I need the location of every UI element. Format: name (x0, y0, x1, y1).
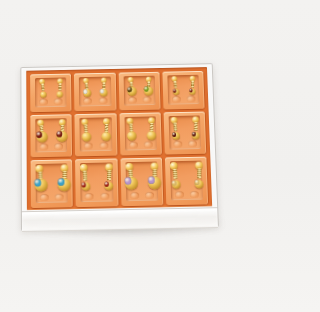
tray-insert (26, 67, 212, 210)
recess-dimple (173, 141, 182, 148)
earring-head (193, 180, 202, 189)
compartment-r2c4 (163, 112, 206, 155)
earring (166, 162, 183, 190)
compartment-recess (80, 162, 113, 202)
earring-head (81, 182, 90, 191)
recess-dimple (39, 99, 48, 106)
compartment-recess (167, 75, 199, 105)
earring-head (39, 91, 46, 98)
compartment-recess (125, 162, 158, 202)
recess-dimple (129, 142, 138, 149)
earring-head (57, 178, 71, 191)
recess-dimple (54, 143, 63, 150)
recess-dimple (188, 140, 197, 147)
earring (98, 77, 109, 96)
earring (189, 116, 202, 139)
earring-stone-garnet-red (172, 89, 176, 93)
earring-screw-post (190, 80, 193, 88)
earring (191, 161, 206, 188)
earring-pair (126, 77, 152, 97)
earring (186, 76, 197, 95)
recess-dimple (145, 192, 154, 199)
recess-dimple (190, 191, 199, 198)
compartment-recess (80, 117, 112, 151)
earring-stone-dark-red (191, 132, 195, 136)
earring-stone-champagne (194, 180, 199, 185)
earring-head (104, 182, 113, 191)
earring-head (146, 176, 159, 189)
recess-dimple (172, 96, 181, 103)
earring-head (145, 131, 155, 140)
earring-head (188, 89, 194, 95)
recess-dimple (85, 193, 94, 200)
earring-pair (36, 119, 66, 143)
compartment-r2c1 (30, 114, 72, 157)
earring-head (81, 132, 91, 142)
recess-dimple (40, 194, 49, 201)
earring (32, 164, 48, 192)
acrylic-box-front-face (22, 207, 218, 232)
recess-dimple (55, 194, 64, 201)
compartment-r1c1 (30, 74, 72, 113)
earring (56, 164, 71, 191)
recess-dimple (127, 97, 136, 104)
compartment-r1c4 (162, 71, 204, 110)
earring-screw-post (40, 83, 44, 91)
earring-head (126, 86, 136, 96)
compartment-grid (26, 67, 212, 210)
compartment-recess (36, 163, 68, 203)
earring-stone-ruby-red (81, 182, 86, 187)
earring-pair (79, 163, 115, 192)
earring (78, 118, 92, 142)
recess-dimple (39, 143, 48, 150)
earring-screw-post (58, 83, 61, 91)
earring (146, 162, 161, 189)
earring (76, 163, 92, 191)
earring-stone-aqua-blue (33, 179, 41, 187)
earring (36, 78, 48, 98)
earring-stone-peridot-green (143, 86, 149, 91)
compartment-r2c3 (119, 112, 162, 155)
compartment-r3c2 (75, 158, 118, 207)
earring (121, 162, 138, 190)
earring-stone-garnet-red (56, 131, 63, 138)
earring-head (101, 132, 111, 141)
compartment-r3c1 (31, 159, 73, 208)
earring-screw-post (173, 81, 177, 89)
earring-head (170, 180, 180, 189)
earring (99, 118, 112, 141)
earring-head (125, 131, 135, 141)
photo-scene (0, 0, 240, 312)
compartment-recess (124, 116, 157, 150)
acrylic-display-box (20, 63, 219, 231)
earring-stone-lilac-purple (147, 176, 155, 184)
earring-head (191, 132, 199, 140)
earring-pair (82, 78, 107, 98)
earring-pair (123, 162, 159, 191)
earring-head (56, 91, 63, 97)
earring-screw-post (171, 168, 176, 179)
recess-dimple (100, 193, 109, 200)
earring-screw-post (82, 170, 87, 181)
recess-dimple (130, 192, 139, 199)
earring-pair (34, 164, 69, 193)
earring-pair (80, 118, 111, 142)
earring-screw-post (106, 170, 111, 181)
recess-dimple (99, 142, 108, 149)
earring (80, 78, 92, 98)
earring-stone-dark-red (171, 132, 176, 137)
compartment-recess (168, 115, 201, 149)
recess-dimple (142, 96, 151, 103)
earring-stone-ruby-red (104, 182, 109, 187)
recess-dimple (83, 98, 92, 105)
compartment-recess (35, 77, 67, 107)
earring-stone-champagne (170, 180, 176, 185)
recess-dimple (98, 97, 107, 104)
earring-stone-dark-brown (126, 87, 132, 93)
compartment-r1c3 (118, 72, 160, 111)
recess-dimple (187, 96, 196, 103)
earring-head (99, 89, 107, 97)
earring-screw-post (193, 122, 197, 131)
earring (54, 78, 65, 97)
earring-stone-garnet-red (188, 89, 192, 93)
recess-dimple (175, 191, 184, 198)
compartment-recess (35, 118, 67, 152)
earring (167, 116, 181, 140)
earring-stone-lilac-purple (123, 177, 131, 185)
compartment-r3c4 (165, 157, 208, 206)
compartment-recess (79, 77, 111, 107)
compartment-recess (170, 161, 203, 201)
earring-screw-post (196, 168, 201, 179)
compartment-r2c2 (75, 113, 117, 156)
earring (142, 77, 153, 96)
earring-head (35, 131, 47, 143)
recess-dimple (144, 141, 153, 148)
earring-pair (125, 117, 156, 141)
earring-head (83, 89, 91, 97)
earring (125, 77, 137, 97)
earring (55, 119, 68, 142)
earring-pair (170, 76, 196, 96)
earring-stone-clear-crystal (83, 89, 88, 94)
earring (101, 163, 116, 190)
recess-dimple (84, 143, 93, 150)
earring-screw-post (172, 122, 177, 131)
earring-stone-aqua-blue (57, 178, 65, 186)
recess-dimple (54, 98, 63, 105)
earring (144, 117, 157, 140)
earring (34, 119, 48, 143)
earring-pair (169, 116, 200, 140)
earring-head (172, 89, 179, 96)
compartment-r1c2 (74, 73, 116, 112)
earring (169, 76, 181, 96)
compartment-r3c3 (120, 158, 163, 207)
earring-pair (168, 162, 204, 191)
earring-stone-garnet-red (35, 131, 42, 138)
earring-head (33, 178, 47, 192)
earring-head (123, 176, 137, 190)
earring (123, 117, 137, 141)
earring-head (171, 132, 179, 140)
earring-pair (38, 78, 63, 98)
earring-head (55, 131, 67, 142)
compartment-recess (123, 76, 155, 106)
earring-head (143, 86, 153, 95)
earring-stone-clear-crystal (99, 89, 104, 94)
